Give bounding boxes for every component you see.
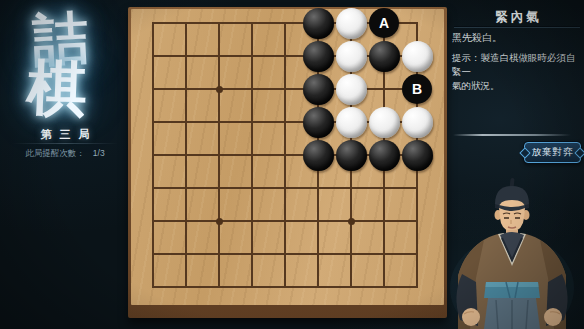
attempts-value: 1/3 (93, 148, 105, 158)
left-panel: 詰 棋 第三局 此局提醒次數：1/3 (0, 0, 130, 329)
move-option-a[interactable]: A (369, 8, 399, 38)
puzzle-hint-line1: 提示：製造白棋做眼時必須自緊一 (452, 51, 583, 79)
star-point (216, 86, 223, 93)
black-stone (369, 41, 400, 72)
game-title-calligraphy-char2: 棋 (26, 57, 88, 119)
left-divider (12, 143, 118, 144)
puzzle-objective: 黑先殺白。 (452, 31, 582, 45)
character-portrait (440, 178, 584, 329)
forfeit-button[interactable]: 放棄對弈 (524, 142, 581, 163)
black-stone (303, 8, 334, 39)
puzzle-hint-line2: 氣的狀況。 (452, 79, 583, 93)
black-stone (402, 140, 433, 171)
go-board: AB (128, 7, 447, 318)
black-stone (303, 74, 334, 105)
board-grid[interactable]: AB (152, 22, 418, 288)
white-stone (402, 107, 433, 138)
decorative-line (453, 134, 571, 136)
star-point (216, 218, 223, 225)
puzzle-hint: 提示：製造白棋做眼時必須自緊一 氣的狀況。 (452, 51, 583, 93)
black-stone (336, 140, 367, 171)
black-stone (303, 107, 334, 138)
round-label: 第三局 (0, 127, 130, 142)
white-stone (336, 107, 367, 138)
black-stone (303, 140, 334, 171)
white-stone (336, 8, 367, 39)
star-point (348, 218, 355, 225)
white-stone (336, 74, 367, 105)
move-option-b[interactable]: B (402, 74, 432, 104)
white-stone (369, 107, 400, 138)
attempts-counter: 此局提醒次數：1/3 (0, 148, 130, 160)
white-stone (336, 41, 367, 72)
black-stone (369, 140, 400, 171)
title-divider (454, 26, 580, 29)
board-surface: AB (131, 9, 444, 305)
black-stone (303, 41, 334, 72)
attempts-label: 此局提醒次數： (25, 148, 85, 158)
puzzle-title: 緊內氣 (450, 9, 584, 26)
white-stone (402, 41, 433, 72)
